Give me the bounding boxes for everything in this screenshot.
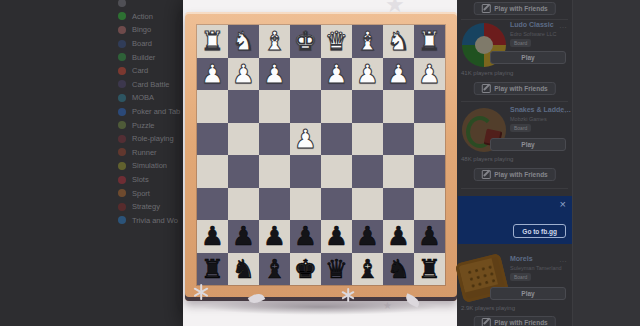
board-square[interactable] bbox=[414, 123, 445, 156]
black-rook-piece: ♜ bbox=[201, 256, 224, 282]
go-to-fbgg-label: Go to fb.gg bbox=[522, 228, 557, 235]
board-square[interactable] bbox=[383, 90, 414, 123]
game-developer: Suleyman Tamerland bbox=[510, 265, 562, 271]
board-square[interactable]: ♟ bbox=[228, 58, 259, 91]
black-king-piece: ♚ bbox=[294, 256, 317, 282]
board-square[interactable] bbox=[352, 188, 383, 221]
category-icon bbox=[118, 203, 126, 211]
black-bishop-piece: ♝ bbox=[356, 256, 379, 282]
category-label: Runner bbox=[132, 148, 157, 157]
board-square[interactable] bbox=[383, 155, 414, 188]
board-square[interactable] bbox=[228, 123, 259, 156]
board-square[interactable] bbox=[352, 155, 383, 188]
board-square[interactable]: ♟ bbox=[321, 220, 352, 253]
chess-game-stage: ★ ★ ♜♞♝♚♛♝♞♜♟♟♟♟♟♟♟♟♟♟♟♟♟♟♟♟♜♞♝♚♛♝♞♜ bbox=[183, 0, 457, 326]
board-square[interactable]: ♟ bbox=[414, 58, 445, 91]
sidebar-item-card[interactable]: Card bbox=[118, 64, 188, 78]
sidebar-item-moba[interactable]: MOBA bbox=[118, 91, 188, 105]
board-square[interactable]: ♟ bbox=[290, 123, 321, 156]
board-square[interactable] bbox=[383, 188, 414, 221]
board-square[interactable] bbox=[414, 90, 445, 123]
white-bishop-piece: ♝ bbox=[263, 28, 286, 54]
board-square[interactable] bbox=[290, 155, 321, 188]
board-square[interactable] bbox=[228, 90, 259, 123]
black-pawn-piece: ♟ bbox=[263, 223, 286, 249]
sidebar-item-runner[interactable]: Runner bbox=[118, 146, 188, 160]
white-king-piece: ♚ bbox=[294, 28, 317, 54]
sidebar-item-bingo[interactable]: Bingo bbox=[118, 23, 188, 37]
board-square[interactable]: ♟ bbox=[383, 58, 414, 91]
category-label: Bingo bbox=[132, 25, 151, 34]
category-icon bbox=[118, 80, 126, 88]
games-rail: Play with Friends Ludo Classic … Edro So… bbox=[457, 0, 572, 326]
board-square[interactable] bbox=[321, 90, 352, 123]
black-pawn-piece: ♟ bbox=[356, 223, 379, 249]
category-icon bbox=[118, 135, 126, 143]
board-square[interactable] bbox=[290, 188, 321, 221]
play-button[interactable]: Play bbox=[490, 287, 566, 300]
board-square[interactable]: ♝ bbox=[352, 25, 383, 58]
board-square[interactable]: ♟ bbox=[259, 220, 290, 253]
board-square[interactable] bbox=[383, 123, 414, 156]
play-with-friends-button[interactable]: Play with Friends bbox=[473, 316, 555, 326]
board-square[interactable]: ♜ bbox=[197, 25, 228, 58]
play-with-friends-label: Play with Friends bbox=[494, 319, 547, 326]
chess-board[interactable]: ♜♞♝♚♛♝♞♜♟♟♟♟♟♟♟♟♟♟♟♟♟♟♟♟♜♞♝♚♛♝♞♜ bbox=[197, 25, 445, 285]
board-square[interactable] bbox=[414, 188, 445, 221]
white-pawn-piece: ♟ bbox=[294, 126, 317, 152]
card-divider bbox=[461, 19, 568, 20]
board-square[interactable] bbox=[352, 123, 383, 156]
white-pawn-piece: ♟ bbox=[263, 61, 286, 87]
board-square[interactable]: ♟ bbox=[259, 58, 290, 91]
board-square[interactable] bbox=[259, 155, 290, 188]
white-rook-piece: ♜ bbox=[201, 28, 224, 54]
board-square[interactable]: ♟ bbox=[321, 58, 352, 91]
board-square[interactable] bbox=[259, 123, 290, 156]
board-square[interactable] bbox=[414, 155, 445, 188]
board-square[interactable]: ♚ bbox=[290, 253, 321, 286]
play-with-friends-label: Play with Friends bbox=[494, 5, 547, 12]
category-icon bbox=[118, 148, 126, 156]
black-pawn-piece: ♟ bbox=[201, 223, 224, 249]
players-count: 41K players playing bbox=[461, 70, 513, 76]
game-developer: Edro Software LLC bbox=[510, 31, 556, 37]
board-square[interactable]: ♟ bbox=[352, 58, 383, 91]
white-pawn-piece: ♟ bbox=[418, 61, 441, 87]
card-options-icon[interactable]: … bbox=[559, 258, 567, 262]
board-square[interactable] bbox=[352, 90, 383, 123]
board-square[interactable]: ♛ bbox=[321, 253, 352, 286]
category-label: Action bbox=[132, 12, 153, 21]
white-pawn-piece: ♟ bbox=[201, 61, 224, 87]
category-icon bbox=[118, 108, 126, 116]
category-badge: Board bbox=[510, 124, 531, 132]
sidebar-item-board[interactable]: Board bbox=[118, 37, 188, 51]
play-label: Play bbox=[521, 141, 534, 148]
play-with-friends-button[interactable]: Play with Friends bbox=[473, 168, 555, 181]
category-icon bbox=[118, 12, 126, 20]
play-with-friends-label: Play with Friends bbox=[494, 85, 547, 92]
category-icon bbox=[118, 53, 126, 61]
compose-pencil-icon bbox=[481, 318, 490, 326]
board-square[interactable] bbox=[197, 155, 228, 188]
board-square[interactable] bbox=[290, 58, 321, 91]
sidebar-item-action[interactable]: Action bbox=[118, 10, 188, 24]
compose-pencil-icon bbox=[481, 170, 490, 179]
category-label: Builder bbox=[132, 53, 155, 62]
category-label: Simulation bbox=[132, 161, 167, 170]
fbgg-promo-banner: × Go to fb.gg bbox=[458, 196, 572, 244]
board-square[interactable] bbox=[321, 155, 352, 188]
category-label: Strategy bbox=[132, 202, 160, 211]
category-label: Slots bbox=[132, 175, 149, 184]
board-square[interactable]: ♟ bbox=[352, 220, 383, 253]
category-label: MOBA bbox=[132, 93, 154, 102]
board-square[interactable]: ♞ bbox=[383, 253, 414, 286]
white-pawn-piece: ♟ bbox=[387, 61, 410, 87]
white-pawn-piece: ♟ bbox=[232, 61, 255, 87]
black-knight-piece: ♞ bbox=[232, 256, 255, 282]
go-to-fbgg-button[interactable]: Go to fb.gg bbox=[513, 224, 566, 238]
white-bishop-piece: ♝ bbox=[356, 28, 379, 54]
black-rook-piece: ♜ bbox=[418, 256, 441, 282]
category-icon bbox=[118, 67, 126, 75]
black-pawn-piece: ♟ bbox=[232, 223, 255, 249]
board-square[interactable] bbox=[259, 188, 290, 221]
sidebar-item-role-playing[interactable]: Role-playing bbox=[118, 132, 188, 146]
sidebar-item-slots[interactable]: Slots bbox=[118, 173, 188, 187]
white-queen-piece: ♛ bbox=[325, 28, 348, 54]
sidebar-item-card-battle[interactable]: Card Battle bbox=[118, 78, 188, 92]
board-square[interactable]: ♝ bbox=[352, 253, 383, 286]
play-label: Play bbox=[521, 290, 534, 297]
play-with-friends-button[interactable]: Play with Friends bbox=[473, 82, 555, 95]
white-knight-piece: ♞ bbox=[387, 28, 410, 54]
board-shadow bbox=[201, 299, 439, 315]
game-title[interactable]: Morels bbox=[510, 255, 533, 262]
board-square[interactable] bbox=[290, 90, 321, 123]
category-label: Poker and Tab bbox=[132, 107, 180, 116]
board-square[interactable]: ♟ bbox=[383, 220, 414, 253]
board-square[interactable]: ♞ bbox=[228, 25, 259, 58]
board-square[interactable]: ♞ bbox=[228, 253, 259, 286]
category-list: ActionBingoBoardBuilderCardCard BattleMO… bbox=[118, 0, 188, 227]
category-label: Trivia and Wo bbox=[132, 216, 178, 225]
black-pawn-piece: ♟ bbox=[387, 223, 410, 249]
category-icon bbox=[118, 176, 126, 184]
board-square[interactable] bbox=[228, 188, 259, 221]
sidebar-item-trivia-and-wo[interactable]: Trivia and Wo bbox=[118, 214, 188, 228]
white-rook-piece: ♜ bbox=[418, 28, 441, 54]
black-pawn-piece: ♟ bbox=[294, 223, 317, 249]
sidebar-item-poker-and-tab[interactable]: Poker and Tab bbox=[118, 105, 188, 119]
black-knight-piece: ♞ bbox=[387, 256, 410, 282]
board-square[interactable]: ♞ bbox=[383, 25, 414, 58]
players-count: 2.9K players playing bbox=[461, 305, 515, 311]
sidebar-item-partial[interactable] bbox=[118, 0, 188, 10]
category-label: Role-playing bbox=[132, 134, 174, 143]
card-divider bbox=[461, 188, 568, 189]
close-icon[interactable]: × bbox=[560, 198, 566, 210]
white-knight-piece: ♞ bbox=[232, 28, 255, 54]
snowflake-icon bbox=[193, 284, 209, 300]
category-icon bbox=[118, 216, 126, 224]
board-square[interactable]: ♟ bbox=[197, 58, 228, 91]
category-label: Board bbox=[132, 39, 152, 48]
compose-pencil-icon bbox=[481, 4, 490, 13]
white-pawn-piece: ♟ bbox=[325, 61, 348, 87]
game-developer: Mobzki Games bbox=[510, 116, 547, 122]
board-square[interactable] bbox=[321, 123, 352, 156]
chess-board-frame: ♜♞♝♚♛♝♞♜♟♟♟♟♟♟♟♟♟♟♟♟♟♟♟♟♜♞♝♚♛♝♞♜ bbox=[185, 12, 457, 301]
board-square[interactable]: ♟ bbox=[414, 220, 445, 253]
category-label: Sport bbox=[132, 189, 150, 198]
sidebar-item-puzzle[interactable]: Puzzle bbox=[118, 118, 188, 132]
play-button[interactable]: Play bbox=[490, 51, 566, 64]
board-square[interactable]: ♝ bbox=[259, 253, 290, 286]
sidebar-item-sport[interactable]: Sport bbox=[118, 186, 188, 200]
board-square[interactable]: ♚ bbox=[290, 25, 321, 58]
category-sidebar: ActionBingoBoardBuilderCardCard BattleMO… bbox=[0, 0, 183, 326]
compose-pencil-icon bbox=[481, 84, 490, 93]
black-bishop-piece: ♝ bbox=[263, 256, 286, 282]
sidebar-item-builder[interactable]: Builder bbox=[118, 50, 188, 64]
black-pawn-piece: ♟ bbox=[418, 223, 441, 249]
page-background-gutter bbox=[572, 0, 640, 326]
sidebar-item-strategy[interactable]: Strategy bbox=[118, 200, 188, 214]
board-square[interactable]: ♜ bbox=[414, 25, 445, 58]
play-button[interactable]: Play bbox=[490, 138, 566, 151]
play-with-friends-label: Play with Friends bbox=[494, 171, 547, 178]
black-pawn-piece: ♟ bbox=[325, 223, 348, 249]
black-queen-piece: ♛ bbox=[325, 256, 348, 282]
category-icon bbox=[118, 26, 126, 34]
card-options-icon[interactable]: … bbox=[559, 24, 567, 28]
board-square[interactable] bbox=[197, 90, 228, 123]
game-title[interactable]: Ludo Classic bbox=[510, 21, 554, 28]
category-badge: Board bbox=[510, 39, 531, 47]
board-square[interactable]: ♜ bbox=[414, 253, 445, 286]
category-icon bbox=[118, 94, 126, 102]
board-square[interactable]: ♛ bbox=[321, 25, 352, 58]
snowflake-icon bbox=[341, 288, 355, 302]
board-square[interactable]: ♟ bbox=[290, 220, 321, 253]
play-with-friends-button[interactable]: Play with Friends bbox=[473, 2, 555, 15]
category-icon bbox=[118, 162, 126, 170]
card-divider bbox=[461, 101, 568, 102]
play-label: Play bbox=[521, 54, 534, 61]
category-icon bbox=[118, 189, 126, 197]
board-square[interactable] bbox=[197, 188, 228, 221]
players-count: 48K players playing bbox=[461, 156, 513, 162]
board-square[interactable] bbox=[197, 123, 228, 156]
card-options-icon[interactable]: … bbox=[559, 109, 567, 113]
board-square[interactable] bbox=[259, 90, 290, 123]
category-icon bbox=[118, 40, 126, 48]
board-square[interactable]: ♜ bbox=[197, 253, 228, 286]
board-square[interactable] bbox=[228, 155, 259, 188]
board-square[interactable]: ♟ bbox=[228, 220, 259, 253]
white-pawn-piece: ♟ bbox=[356, 61, 379, 87]
category-icon bbox=[118, 0, 126, 7]
category-icon bbox=[118, 121, 126, 129]
category-label: Card bbox=[132, 66, 148, 75]
sidebar-item-simulation[interactable]: Simulation bbox=[118, 159, 188, 173]
category-label: Card Battle bbox=[132, 80, 170, 89]
category-badge: Board bbox=[510, 273, 531, 281]
board-square[interactable] bbox=[321, 188, 352, 221]
board-square[interactable]: ♝ bbox=[259, 25, 290, 58]
category-label: Puzzle bbox=[132, 121, 155, 130]
board-square[interactable]: ♟ bbox=[197, 220, 228, 253]
